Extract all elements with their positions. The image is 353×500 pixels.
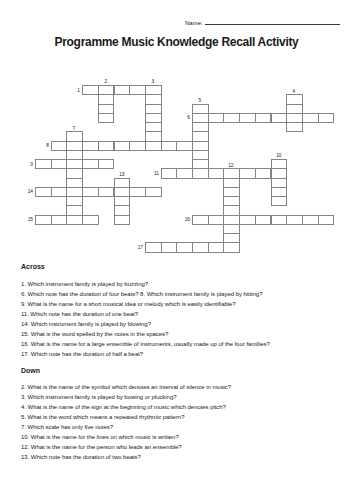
clue-number-label: 16: [181, 217, 190, 222]
grid-cell[interactable]: [114, 215, 131, 225]
clue-number-label: 10: [272, 154, 284, 159]
clue-number-label: 8: [39, 143, 48, 148]
name-row: Name:: [185, 17, 340, 27]
clue-line: 13. Which note has the duration of two b…: [21, 452, 341, 462]
grid-cell[interactable]: [192, 215, 209, 225]
clue-line: 16. What is the name for a large ensembl…: [21, 339, 341, 349]
grid-cell[interactable]: [302, 215, 319, 225]
clue-line: 7. Which scale has only five notes?: [21, 422, 341, 432]
grid-cell[interactable]: [271, 113, 288, 123]
clue-line: 10. What is the name for the lines on wh…: [21, 432, 341, 442]
grid-cell[interactable]: [318, 113, 335, 123]
grid-cell[interactable]: [98, 187, 115, 197]
across-clues: 1. Which instrument family is played by …: [21, 279, 341, 359]
grid-cell[interactable]: [82, 215, 99, 225]
grid-cell[interactable]: [208, 168, 225, 178]
across-heading: Across: [21, 263, 45, 270]
grid-cell[interactable]: [129, 85, 146, 95]
name-input-line[interactable]: [205, 17, 340, 25]
worksheet-page: Name: Programme Music Knowledge Recall A…: [0, 0, 353, 500]
grid-cell[interactable]: [82, 85, 99, 95]
grid-cell[interactable]: [271, 196, 288, 206]
grid-cell[interactable]: [114, 85, 131, 95]
grid-cell[interactable]: [82, 187, 99, 197]
grid-cell[interactable]: [286, 122, 303, 132]
clue-line: 1. Which instrument family is played by …: [21, 279, 341, 289]
grid-cell[interactable]: [66, 215, 83, 225]
grid-cell[interactable]: [35, 215, 52, 225]
clue-number-label: 3: [147, 80, 159, 85]
grid-cell[interactable]: [208, 215, 225, 225]
grid-cell[interactable]: [176, 242, 193, 252]
clue-number-label: 11: [149, 171, 158, 176]
page-title: Programme Music Knowledge Recall Activit…: [0, 35, 353, 49]
clue-number-label: 12: [225, 163, 237, 168]
clue-line: 5. What is the word which means a repeat…: [21, 412, 341, 422]
grid-cell[interactable]: [223, 113, 240, 123]
clue-line: 2. What is the name of the symbol which …: [21, 382, 341, 392]
grid-cell[interactable]: [223, 242, 240, 252]
clue-line: 17. Which note has the duration of half …: [21, 349, 341, 359]
grid-cell[interactable]: [255, 113, 272, 123]
grid-cell[interactable]: [208, 113, 225, 123]
grid-cell[interactable]: [192, 242, 209, 252]
grid-cell[interactable]: [318, 215, 335, 225]
grid-cell[interactable]: [161, 141, 178, 151]
grid-cell[interactable]: [145, 242, 162, 252]
grid-cell[interactable]: [98, 159, 115, 169]
crossword-grid: 1234567891011121314151617: [35, 85, 335, 254]
grid-cell[interactable]: [239, 168, 256, 178]
clue-number-label: 9: [24, 161, 33, 166]
grid-cell[interactable]: [35, 187, 52, 197]
clue-line: 9. What is the name for a short musical …: [21, 299, 341, 309]
clue-number-label: 4: [288, 89, 300, 94]
grid-cell[interactable]: [35, 159, 52, 169]
clue-line: 12. What is the name for the person who …: [21, 442, 341, 452]
grid-cell[interactable]: [82, 159, 99, 169]
grid-cell[interactable]: [302, 113, 319, 123]
down-heading: Down: [21, 367, 40, 374]
clue-number-label: 14: [24, 189, 33, 194]
grid-cell[interactable]: [161, 242, 178, 252]
grid-cell[interactable]: [255, 215, 272, 225]
grid-cell[interactable]: [98, 113, 115, 123]
grid-cell[interactable]: [51, 215, 68, 225]
grid-cell[interactable]: [51, 141, 68, 151]
name-label: Name:: [185, 20, 203, 26]
clue-number-label: 17: [134, 245, 143, 250]
grid-cell[interactable]: [145, 187, 162, 197]
clue-line: 3. Which instrument family is played by …: [21, 392, 341, 402]
clue-number-label: 6: [181, 115, 190, 120]
grid-cell[interactable]: [114, 141, 131, 151]
grid-cell[interactable]: [271, 215, 288, 225]
grid-cell[interactable]: [145, 141, 162, 151]
clue-line: 6. Which note has the duration of four b…: [21, 289, 341, 299]
grid-cell[interactable]: [208, 242, 225, 252]
grid-cell[interactable]: [129, 141, 146, 151]
grid-cell[interactable]: [129, 187, 146, 197]
clue-number-label: 15: [24, 217, 33, 222]
clue-line: 11. Which note has the duration of one b…: [21, 309, 341, 319]
clue-line: 14. Which instrument family is played by…: [21, 319, 341, 329]
grid-cell[interactable]: [239, 215, 256, 225]
grid-cell[interactable]: [176, 141, 193, 151]
grid-cell[interactable]: [239, 113, 256, 123]
grid-cell[interactable]: [192, 168, 209, 178]
grid-cell[interactable]: [82, 141, 99, 151]
clue-number-label: 5: [194, 98, 206, 103]
clue-number-label: 7: [68, 126, 80, 131]
clue-line: 4. What is the name of the sign at the b…: [21, 402, 341, 412]
grid-cell[interactable]: [255, 168, 272, 178]
down-clues: 2. What is the name of the symbol which …: [21, 382, 341, 462]
grid-cell[interactable]: [51, 187, 68, 197]
clue-number-label: 1: [71, 87, 80, 92]
grid-cell[interactable]: [51, 159, 68, 169]
clue-number-label: 13: [115, 172, 127, 177]
grid-cell[interactable]: [161, 168, 178, 178]
clue-line: 15. What is the word spelled by the note…: [21, 329, 341, 339]
grid-cell[interactable]: [176, 168, 193, 178]
grid-cell[interactable]: [98, 141, 115, 151]
clue-number-label: 2: [100, 80, 112, 85]
grid-cell[interactable]: [286, 215, 303, 225]
